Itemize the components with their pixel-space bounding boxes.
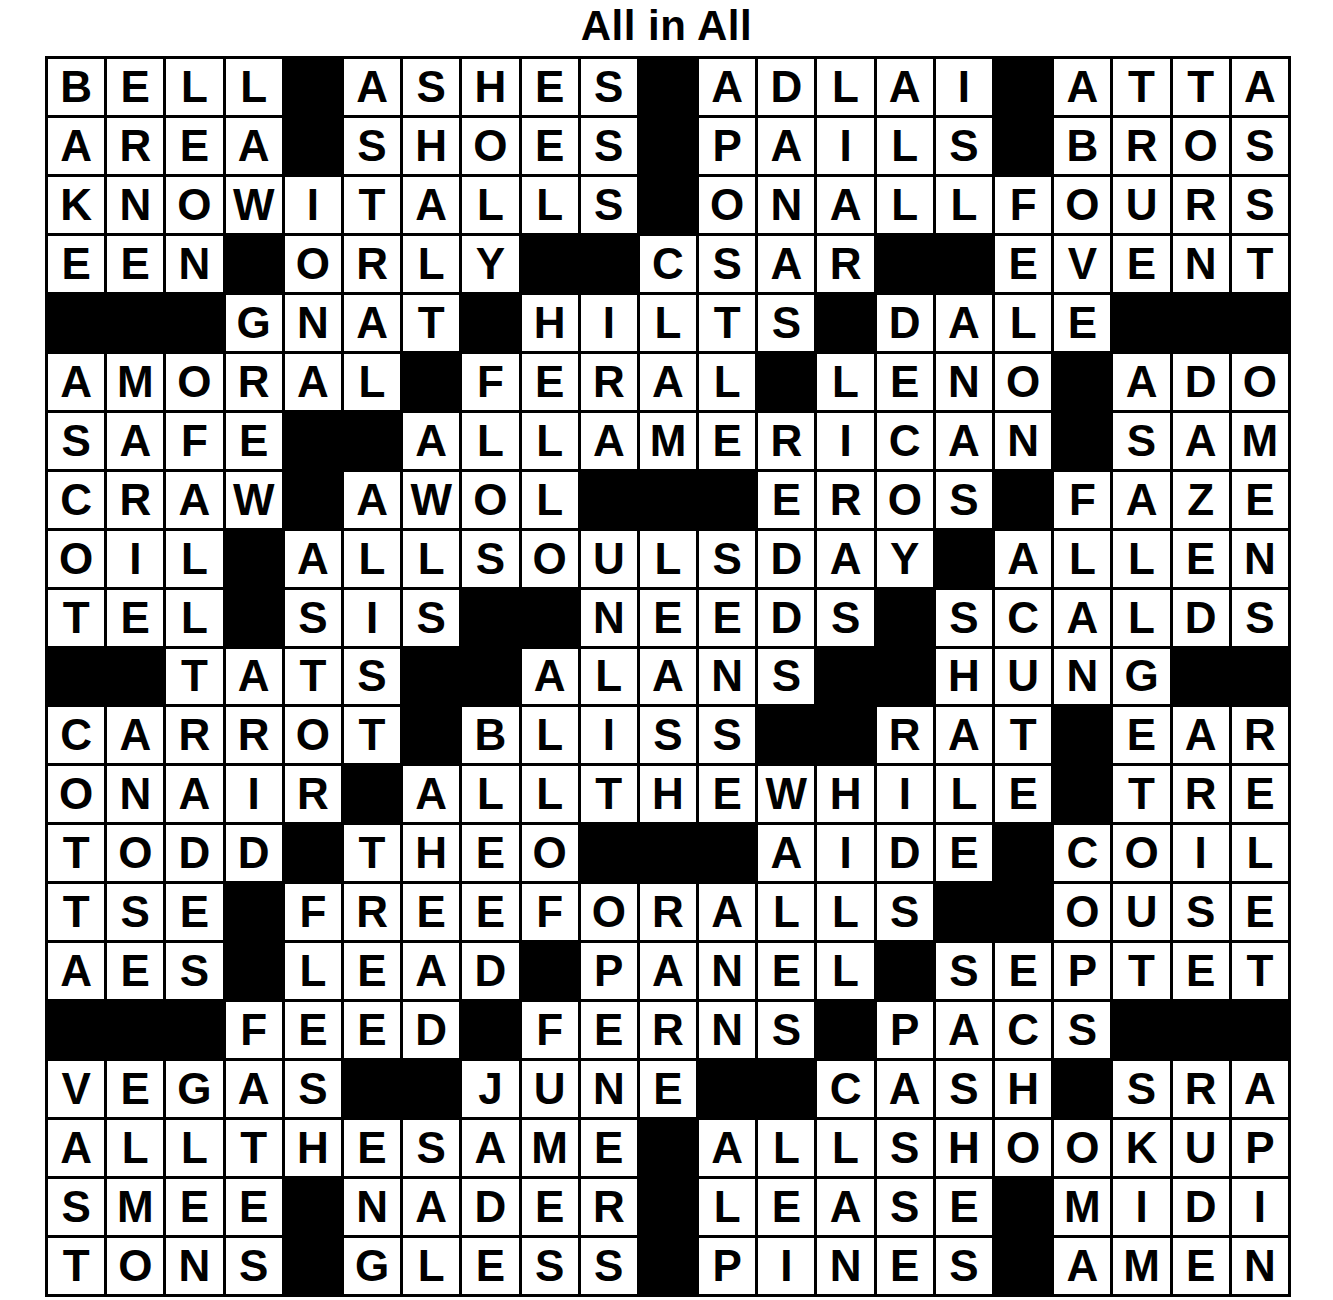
cell-r7c8[interactable]: L <box>462 413 518 469</box>
cell-r10c11[interactable]: E <box>640 590 696 646</box>
cell-r14c4[interactable]: D <box>226 825 282 881</box>
cell-r14c2[interactable]: O <box>107 825 163 881</box>
cell-r4c5[interactable]: O <box>285 236 341 292</box>
cell-r10c10[interactable]: N <box>581 590 637 646</box>
cell-r8c16[interactable]: S <box>936 472 992 528</box>
cell-r9c18[interactable]: L <box>1054 531 1110 587</box>
cell-r9c5[interactable]: A <box>285 531 341 587</box>
cell-r14c14[interactable]: I <box>817 825 873 881</box>
cell-r7c4[interactable]: E <box>226 413 282 469</box>
cell-r9c17[interactable]: A <box>995 531 1051 587</box>
cell-r7c14[interactable]: I <box>817 413 873 469</box>
cell-r6c15[interactable]: E <box>877 354 933 410</box>
cell-r10c19[interactable]: L <box>1113 590 1169 646</box>
cell-r12c16[interactable]: A <box>936 707 992 763</box>
cell-r4c7[interactable]: L <box>403 236 459 292</box>
cell-r13c14[interactable]: H <box>817 766 873 822</box>
cell-r8c7[interactable]: W <box>403 472 459 528</box>
cell-r11c5[interactable]: T <box>285 649 341 705</box>
cell-r13c13[interactable]: W <box>758 766 814 822</box>
cell-r11c12[interactable]: N <box>699 649 755 705</box>
cell-r2c4[interactable]: A <box>226 118 282 174</box>
cell-r15c9[interactable]: F <box>522 884 578 940</box>
cell-r8c9[interactable]: L <box>522 472 578 528</box>
cell-r17c15[interactable]: P <box>877 1002 933 1058</box>
cell-r12c9[interactable]: L <box>522 707 578 763</box>
cell-r12c5[interactable]: O <box>285 707 341 763</box>
cell-r21c12[interactable]: P <box>699 1238 755 1294</box>
cell-r16c18[interactable]: P <box>1054 943 1110 999</box>
cell-r15c3[interactable]: E <box>166 884 222 940</box>
cell-r21c13[interactable]: I <box>758 1238 814 1294</box>
cell-r10c16[interactable]: S <box>936 590 992 646</box>
cell-r11c19[interactable]: G <box>1113 649 1169 705</box>
cell-r16c21[interactable]: T <box>1232 943 1288 999</box>
cell-r2c9[interactable]: E <box>522 118 578 174</box>
cell-r10c1[interactable]: T <box>48 590 104 646</box>
cell-r13c7[interactable]: A <box>403 766 459 822</box>
cell-r7c13[interactable]: R <box>758 413 814 469</box>
cell-r19c20[interactable]: U <box>1173 1120 1229 1176</box>
cell-r21c7[interactable]: L <box>403 1238 459 1294</box>
cell-r11c9[interactable]: A <box>522 649 578 705</box>
cell-r13c19[interactable]: T <box>1113 766 1169 822</box>
cell-r4c8[interactable]: Y <box>462 236 518 292</box>
cell-r3c21[interactable]: S <box>1232 177 1288 233</box>
cell-r10c14[interactable]: S <box>817 590 873 646</box>
cell-r19c1[interactable]: A <box>48 1120 104 1176</box>
cell-r3c1[interactable]: K <box>48 177 104 233</box>
cell-r4c17[interactable]: E <box>995 236 1051 292</box>
cell-r21c2[interactable]: O <box>107 1238 163 1294</box>
cell-r14c18[interactable]: C <box>1054 825 1110 881</box>
cell-r14c9[interactable]: O <box>522 825 578 881</box>
cell-r12c15[interactable]: R <box>877 707 933 763</box>
cell-r9c8[interactable]: S <box>462 531 518 587</box>
cell-r3c9[interactable]: L <box>522 177 578 233</box>
cell-r1c6[interactable]: A <box>344 59 400 115</box>
cell-r13c20[interactable]: R <box>1173 766 1229 822</box>
cell-r16c7[interactable]: A <box>403 943 459 999</box>
cell-r14c7[interactable]: H <box>403 825 459 881</box>
cell-r18c8[interactable]: J <box>462 1061 518 1117</box>
cell-r2c6[interactable]: S <box>344 118 400 174</box>
cell-r1c16[interactable]: I <box>936 59 992 115</box>
cell-r4c21[interactable]: T <box>1232 236 1288 292</box>
cell-r15c15[interactable]: S <box>877 884 933 940</box>
cell-r3c15[interactable]: L <box>877 177 933 233</box>
cell-r20c21[interactable]: I <box>1232 1179 1288 1235</box>
cell-r11c18[interactable]: N <box>1054 649 1110 705</box>
cell-r18c21[interactable]: A <box>1232 1061 1288 1117</box>
cell-r4c3[interactable]: N <box>166 236 222 292</box>
cell-r19c21[interactable]: P <box>1232 1120 1288 1176</box>
cell-r1c20[interactable]: T <box>1173 59 1229 115</box>
cell-r13c2[interactable]: N <box>107 766 163 822</box>
cell-r7c17[interactable]: N <box>995 413 1051 469</box>
cell-r2c3[interactable]: E <box>166 118 222 174</box>
cell-r2c18[interactable]: B <box>1054 118 1110 174</box>
cell-r6c5[interactable]: A <box>285 354 341 410</box>
cell-r2c10[interactable]: S <box>581 118 637 174</box>
cell-r8c6[interactable]: A <box>344 472 400 528</box>
cell-r5c16[interactable]: A <box>936 295 992 351</box>
cell-r15c12[interactable]: A <box>699 884 755 940</box>
cell-r14c3[interactable]: D <box>166 825 222 881</box>
cell-r8c15[interactable]: O <box>877 472 933 528</box>
cell-r7c10[interactable]: A <box>581 413 637 469</box>
cell-r12c17[interactable]: T <box>995 707 1051 763</box>
cell-r9c1[interactable]: O <box>48 531 104 587</box>
cell-r12c19[interactable]: E <box>1113 707 1169 763</box>
cell-r20c9[interactable]: E <box>522 1179 578 1235</box>
cell-r18c2[interactable]: E <box>107 1061 163 1117</box>
cell-r20c7[interactable]: A <box>403 1179 459 1235</box>
cell-r16c10[interactable]: P <box>581 943 637 999</box>
cell-r17c6[interactable]: E <box>344 1002 400 1058</box>
cell-r17c4[interactable]: F <box>226 1002 282 1058</box>
cell-r12c12[interactable]: S <box>699 707 755 763</box>
cell-r8c14[interactable]: R <box>817 472 873 528</box>
cell-r2c8[interactable]: O <box>462 118 518 174</box>
cell-r10c13[interactable]: D <box>758 590 814 646</box>
cell-r2c15[interactable]: L <box>877 118 933 174</box>
cell-r1c7[interactable]: S <box>403 59 459 115</box>
cell-r13c10[interactable]: T <box>581 766 637 822</box>
cell-r19c4[interactable]: T <box>226 1120 282 1176</box>
cell-r18c10[interactable]: N <box>581 1061 637 1117</box>
cell-r10c7[interactable]: S <box>403 590 459 646</box>
cell-r17c16[interactable]: A <box>936 1002 992 1058</box>
cell-r18c11[interactable]: E <box>640 1061 696 1117</box>
cell-r11c16[interactable]: H <box>936 649 992 705</box>
cell-r9c11[interactable]: L <box>640 531 696 587</box>
cell-r1c19[interactable]: T <box>1113 59 1169 115</box>
cell-r15c6[interactable]: R <box>344 884 400 940</box>
cell-r16c12[interactable]: N <box>699 943 755 999</box>
cell-r16c6[interactable]: E <box>344 943 400 999</box>
cell-r9c14[interactable]: A <box>817 531 873 587</box>
cell-r3c18[interactable]: O <box>1054 177 1110 233</box>
cell-r13c9[interactable]: L <box>522 766 578 822</box>
cell-r7c7[interactable]: A <box>403 413 459 469</box>
cell-r18c1[interactable]: V <box>48 1061 104 1117</box>
cell-r3c3[interactable]: O <box>166 177 222 233</box>
cell-r14c15[interactable]: D <box>877 825 933 881</box>
cell-r5c6[interactable]: A <box>344 295 400 351</box>
cell-r4c2[interactable]: E <box>107 236 163 292</box>
cell-r21c19[interactable]: M <box>1113 1238 1169 1294</box>
cell-r15c8[interactable]: E <box>462 884 518 940</box>
cell-r2c16[interactable]: S <box>936 118 992 174</box>
cell-r9c6[interactable]: L <box>344 531 400 587</box>
cell-r12c10[interactable]: I <box>581 707 637 763</box>
cell-r18c15[interactable]: A <box>877 1061 933 1117</box>
cell-r21c18[interactable]: A <box>1054 1238 1110 1294</box>
cell-r17c11[interactable]: R <box>640 1002 696 1058</box>
cell-r3c2[interactable]: N <box>107 177 163 233</box>
cell-r2c20[interactable]: O <box>1173 118 1229 174</box>
cell-r1c14[interactable]: L <box>817 59 873 115</box>
cell-r14c13[interactable]: A <box>758 825 814 881</box>
cell-r1c9[interactable]: E <box>522 59 578 115</box>
cell-r13c3[interactable]: A <box>166 766 222 822</box>
cell-r14c8[interactable]: E <box>462 825 518 881</box>
cell-r2c7[interactable]: H <box>403 118 459 174</box>
cell-r20c8[interactable]: D <box>462 1179 518 1235</box>
cell-r9c12[interactable]: S <box>699 531 755 587</box>
cell-r16c3[interactable]: S <box>166 943 222 999</box>
cell-r5c15[interactable]: D <box>877 295 933 351</box>
cell-r18c14[interactable]: C <box>817 1061 873 1117</box>
cell-r15c13[interactable]: L <box>758 884 814 940</box>
cell-r20c4[interactable]: E <box>226 1179 282 1235</box>
cell-r10c18[interactable]: A <box>1054 590 1110 646</box>
cell-r8c3[interactable]: A <box>166 472 222 528</box>
cell-r12c20[interactable]: A <box>1173 707 1229 763</box>
cell-r2c1[interactable]: A <box>48 118 104 174</box>
cell-r19c5[interactable]: H <box>285 1120 341 1176</box>
cell-r6c12[interactable]: L <box>699 354 755 410</box>
cell-r21c14[interactable]: N <box>817 1238 873 1294</box>
cell-r20c14[interactable]: A <box>817 1179 873 1235</box>
cell-r1c13[interactable]: D <box>758 59 814 115</box>
cell-r4c14[interactable]: R <box>817 236 873 292</box>
cell-r14c19[interactable]: O <box>1113 825 1169 881</box>
cell-r11c13[interactable]: S <box>758 649 814 705</box>
cell-r6c9[interactable]: E <box>522 354 578 410</box>
cell-r19c7[interactable]: S <box>403 1120 459 1176</box>
cell-r4c13[interactable]: A <box>758 236 814 292</box>
cell-r6c6[interactable]: L <box>344 354 400 410</box>
cell-r4c1[interactable]: E <box>48 236 104 292</box>
cell-r1c1[interactable]: B <box>48 59 104 115</box>
cell-r16c16[interactable]: S <box>936 943 992 999</box>
cell-r12c4[interactable]: R <box>226 707 282 763</box>
cell-r9c9[interactable]: O <box>522 531 578 587</box>
cell-r18c20[interactable]: R <box>1173 1061 1229 1117</box>
cell-r1c10[interactable]: S <box>581 59 637 115</box>
cell-r19c17[interactable]: O <box>995 1120 1051 1176</box>
cell-r8c19[interactable]: A <box>1113 472 1169 528</box>
cell-r20c19[interactable]: I <box>1113 1179 1169 1235</box>
cell-r19c12[interactable]: A <box>699 1120 755 1176</box>
cell-r18c3[interactable]: G <box>166 1061 222 1117</box>
cell-r7c15[interactable]: C <box>877 413 933 469</box>
cell-r9c20[interactable]: E <box>1173 531 1229 587</box>
cell-r18c4[interactable]: A <box>226 1061 282 1117</box>
cell-r5c17[interactable]: L <box>995 295 1051 351</box>
cell-r6c1[interactable]: A <box>48 354 104 410</box>
cell-r15c5[interactable]: F <box>285 884 341 940</box>
cell-r7c11[interactable]: M <box>640 413 696 469</box>
cell-r1c15[interactable]: A <box>877 59 933 115</box>
cell-r14c20[interactable]: I <box>1173 825 1229 881</box>
cell-r15c14[interactable]: L <box>817 884 873 940</box>
cell-r20c20[interactable]: D <box>1173 1179 1229 1235</box>
cell-r4c12[interactable]: S <box>699 236 755 292</box>
cell-r8c8[interactable]: O <box>462 472 518 528</box>
cell-r13c21[interactable]: E <box>1232 766 1288 822</box>
cell-r10c2[interactable]: E <box>107 590 163 646</box>
cell-r5c4[interactable]: G <box>226 295 282 351</box>
cell-r8c18[interactable]: F <box>1054 472 1110 528</box>
cell-r19c8[interactable]: A <box>462 1120 518 1176</box>
cell-r3c7[interactable]: A <box>403 177 459 233</box>
cell-r3c4[interactable]: W <box>226 177 282 233</box>
cell-r15c7[interactable]: E <box>403 884 459 940</box>
cell-r19c10[interactable]: E <box>581 1120 637 1176</box>
cell-r9c3[interactable]: L <box>166 531 222 587</box>
cell-r10c20[interactable]: D <box>1173 590 1229 646</box>
cell-r17c17[interactable]: C <box>995 1002 1051 1058</box>
cell-r15c20[interactable]: S <box>1173 884 1229 940</box>
cell-r7c12[interactable]: E <box>699 413 755 469</box>
cell-r21c6[interactable]: G <box>344 1238 400 1294</box>
cell-r5c12[interactable]: T <box>699 295 755 351</box>
cell-r9c10[interactable]: U <box>581 531 637 587</box>
cell-r11c11[interactable]: A <box>640 649 696 705</box>
cell-r9c21[interactable]: N <box>1232 531 1288 587</box>
cell-r19c16[interactable]: H <box>936 1120 992 1176</box>
cell-r18c19[interactable]: S <box>1113 1061 1169 1117</box>
cell-r3c8[interactable]: L <box>462 177 518 233</box>
cell-r1c4[interactable]: L <box>226 59 282 115</box>
cell-r9c2[interactable]: I <box>107 531 163 587</box>
cell-r11c6[interactable]: S <box>344 649 400 705</box>
cell-r15c19[interactable]: U <box>1113 884 1169 940</box>
cell-r9c13[interactable]: D <box>758 531 814 587</box>
cell-r2c13[interactable]: A <box>758 118 814 174</box>
cell-r20c13[interactable]: E <box>758 1179 814 1235</box>
cell-r21c15[interactable]: E <box>877 1238 933 1294</box>
cell-r4c6[interactable]: R <box>344 236 400 292</box>
cell-r17c7[interactable]: D <box>403 1002 459 1058</box>
cell-r8c4[interactable]: W <box>226 472 282 528</box>
cell-r19c13[interactable]: L <box>758 1120 814 1176</box>
cell-r20c16[interactable]: E <box>936 1179 992 1235</box>
cell-r2c14[interactable]: I <box>817 118 873 174</box>
cell-r6c10[interactable]: R <box>581 354 637 410</box>
cell-r6c21[interactable]: O <box>1232 354 1288 410</box>
cell-r16c5[interactable]: L <box>285 943 341 999</box>
cell-r7c16[interactable]: A <box>936 413 992 469</box>
cell-r4c20[interactable]: N <box>1173 236 1229 292</box>
cell-r2c12[interactable]: P <box>699 118 755 174</box>
cell-r13c15[interactable]: I <box>877 766 933 822</box>
cell-r3c5[interactable]: I <box>285 177 341 233</box>
cell-r5c5[interactable]: N <box>285 295 341 351</box>
cell-r1c18[interactable]: A <box>1054 59 1110 115</box>
cell-r3c17[interactable]: F <box>995 177 1051 233</box>
cell-r12c2[interactable]: A <box>107 707 163 763</box>
cell-r5c13[interactable]: S <box>758 295 814 351</box>
cell-r12c6[interactable]: T <box>344 707 400 763</box>
cell-r18c17[interactable]: H <box>995 1061 1051 1117</box>
cell-r1c21[interactable]: A <box>1232 59 1288 115</box>
cell-r16c14[interactable]: L <box>817 943 873 999</box>
cell-r16c20[interactable]: E <box>1173 943 1229 999</box>
cell-r6c3[interactable]: O <box>166 354 222 410</box>
cell-r3c14[interactable]: A <box>817 177 873 233</box>
cell-r10c6[interactable]: I <box>344 590 400 646</box>
cell-r7c2[interactable]: A <box>107 413 163 469</box>
cell-r18c5[interactable]: S <box>285 1061 341 1117</box>
cell-r15c10[interactable]: O <box>581 884 637 940</box>
cell-r16c8[interactable]: D <box>462 943 518 999</box>
cell-r16c11[interactable]: A <box>640 943 696 999</box>
cell-r9c19[interactable]: L <box>1113 531 1169 587</box>
cell-r20c18[interactable]: M <box>1054 1179 1110 1235</box>
cell-r1c3[interactable]: L <box>166 59 222 115</box>
cell-r2c2[interactable]: R <box>107 118 163 174</box>
cell-r5c18[interactable]: E <box>1054 295 1110 351</box>
cell-r12c1[interactable]: C <box>48 707 104 763</box>
cell-r8c20[interactable]: Z <box>1173 472 1229 528</box>
cell-r11c17[interactable]: U <box>995 649 1051 705</box>
cell-r19c19[interactable]: K <box>1113 1120 1169 1176</box>
cell-r7c1[interactable]: S <box>48 413 104 469</box>
cell-r6c2[interactable]: M <box>107 354 163 410</box>
cell-r8c13[interactable]: E <box>758 472 814 528</box>
cell-r11c4[interactable]: A <box>226 649 282 705</box>
cell-r7c3[interactable]: F <box>166 413 222 469</box>
cell-r6c8[interactable]: F <box>462 354 518 410</box>
cell-r13c12[interactable]: E <box>699 766 755 822</box>
cell-r3c20[interactable]: R <box>1173 177 1229 233</box>
cell-r7c9[interactable]: L <box>522 413 578 469</box>
cell-r6c11[interactable]: A <box>640 354 696 410</box>
cell-r10c17[interactable]: C <box>995 590 1051 646</box>
cell-r4c19[interactable]: E <box>1113 236 1169 292</box>
cell-r8c2[interactable]: R <box>107 472 163 528</box>
cell-r12c21[interactable]: R <box>1232 707 1288 763</box>
cell-r7c19[interactable]: S <box>1113 413 1169 469</box>
cell-r21c16[interactable]: S <box>936 1238 992 1294</box>
cell-r5c11[interactable]: L <box>640 295 696 351</box>
cell-r17c9[interactable]: F <box>522 1002 578 1058</box>
cell-r16c2[interactable]: E <box>107 943 163 999</box>
cell-r2c21[interactable]: S <box>1232 118 1288 174</box>
cell-r9c15[interactable]: Y <box>877 531 933 587</box>
cell-r4c11[interactable]: C <box>640 236 696 292</box>
cell-r5c7[interactable]: T <box>403 295 459 351</box>
cell-r15c1[interactable]: T <box>48 884 104 940</box>
cell-r5c10[interactable]: I <box>581 295 637 351</box>
cell-r21c20[interactable]: E <box>1173 1238 1229 1294</box>
cell-r8c1[interactable]: C <box>48 472 104 528</box>
cell-r14c21[interactable]: L <box>1232 825 1288 881</box>
cell-r19c3[interactable]: L <box>166 1120 222 1176</box>
cell-r9c7[interactable]: L <box>403 531 459 587</box>
cell-r1c12[interactable]: A <box>699 59 755 115</box>
cell-r13c17[interactable]: E <box>995 766 1051 822</box>
cell-r14c16[interactable]: E <box>936 825 992 881</box>
cell-r13c1[interactable]: O <box>48 766 104 822</box>
cell-r17c18[interactable]: S <box>1054 1002 1110 1058</box>
cell-r20c1[interactable]: S <box>48 1179 104 1235</box>
cell-r19c9[interactable]: M <box>522 1120 578 1176</box>
cell-r11c10[interactable]: L <box>581 649 637 705</box>
cell-r13c8[interactable]: L <box>462 766 518 822</box>
cell-r17c13[interactable]: S <box>758 1002 814 1058</box>
cell-r19c2[interactable]: L <box>107 1120 163 1176</box>
cell-r21c8[interactable]: E <box>462 1238 518 1294</box>
cell-r21c9[interactable]: S <box>522 1238 578 1294</box>
cell-r3c19[interactable]: U <box>1113 177 1169 233</box>
cell-r17c5[interactable]: E <box>285 1002 341 1058</box>
cell-r6c16[interactable]: N <box>936 354 992 410</box>
